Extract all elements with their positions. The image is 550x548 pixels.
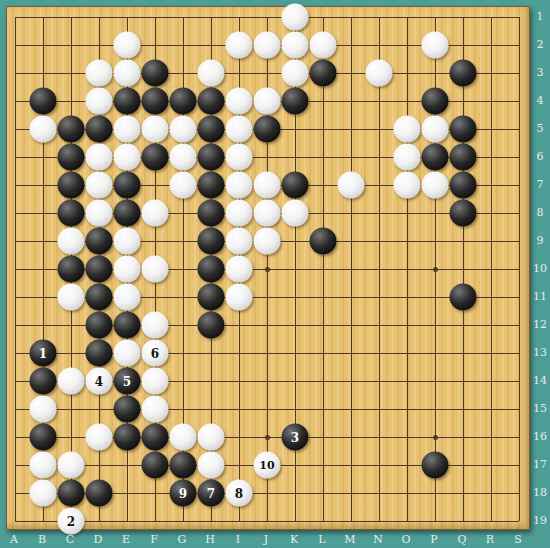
white-stone[interactable] bbox=[86, 144, 113, 171]
white-stone[interactable] bbox=[142, 312, 169, 339]
column-label: N bbox=[368, 533, 388, 546]
white-stone[interactable] bbox=[394, 144, 421, 171]
move-number-label: 6 bbox=[151, 347, 159, 359]
white-stone[interactable] bbox=[254, 172, 281, 199]
black-stone[interactable] bbox=[450, 60, 477, 87]
go-board[interactable]: 16453109782 bbox=[6, 6, 530, 530]
black-stone[interactable] bbox=[114, 312, 141, 339]
black-stone[interactable] bbox=[142, 88, 169, 115]
row-label: 9 bbox=[530, 234, 550, 247]
column-label: B bbox=[32, 533, 52, 546]
black-stone[interactable] bbox=[450, 284, 477, 311]
white-stone[interactable] bbox=[226, 200, 253, 227]
black-stone[interactable] bbox=[198, 228, 225, 255]
black-stone[interactable] bbox=[30, 368, 57, 395]
black-stone[interactable] bbox=[58, 172, 85, 199]
white-stone[interactable]: 6 bbox=[142, 340, 169, 367]
black-stone[interactable] bbox=[86, 284, 113, 311]
column-label: M bbox=[340, 533, 360, 546]
column-label: I bbox=[228, 533, 248, 546]
column-label: G bbox=[172, 533, 192, 546]
black-stone[interactable] bbox=[198, 172, 225, 199]
white-stone[interactable]: 8 bbox=[226, 480, 253, 507]
white-stone[interactable] bbox=[58, 452, 85, 479]
white-stone[interactable] bbox=[226, 172, 253, 199]
hoshi-point bbox=[433, 435, 438, 440]
move-number-label: 1 bbox=[39, 347, 47, 359]
black-stone[interactable] bbox=[58, 200, 85, 227]
white-stone[interactable] bbox=[394, 172, 421, 199]
grid-line-horizontal bbox=[15, 409, 519, 410]
column-label: E bbox=[116, 533, 136, 546]
move-number-label: 4 bbox=[95, 375, 103, 387]
column-label: C bbox=[60, 533, 80, 546]
column-label: O bbox=[396, 533, 416, 546]
move-number-label: 9 bbox=[179, 487, 187, 499]
white-stone[interactable] bbox=[282, 60, 309, 87]
row-label: 14 bbox=[530, 374, 550, 387]
white-stone[interactable] bbox=[86, 172, 113, 199]
black-stone[interactable] bbox=[198, 200, 225, 227]
move-number-label: 3 bbox=[291, 431, 299, 443]
column-label: Q bbox=[452, 533, 472, 546]
row-label: 19 bbox=[530, 514, 550, 527]
row-label: 8 bbox=[530, 206, 550, 219]
column-label: K bbox=[284, 533, 304, 546]
white-stone[interactable] bbox=[282, 32, 309, 59]
white-stone[interactable] bbox=[114, 60, 141, 87]
column-label: H bbox=[200, 533, 220, 546]
black-stone[interactable] bbox=[114, 172, 141, 199]
black-stone[interactable] bbox=[86, 116, 113, 143]
white-stone[interactable] bbox=[282, 200, 309, 227]
black-stone[interactable] bbox=[86, 340, 113, 367]
black-stone[interactable] bbox=[86, 228, 113, 255]
black-stone[interactable]: 9 bbox=[170, 480, 197, 507]
black-stone[interactable] bbox=[170, 88, 197, 115]
row-label: 10 bbox=[530, 262, 550, 275]
black-stone[interactable] bbox=[86, 312, 113, 339]
column-label: R bbox=[480, 533, 500, 546]
app-background: 16453109782 ABCDEFGHIJKLMNOPQRS123456789… bbox=[0, 0, 550, 548]
move-number-label: 5 bbox=[123, 375, 131, 387]
black-stone[interactable] bbox=[198, 116, 225, 143]
white-stone[interactable] bbox=[254, 32, 281, 59]
white-stone[interactable] bbox=[114, 340, 141, 367]
grid-line-vertical bbox=[407, 17, 408, 521]
white-stone[interactable] bbox=[198, 60, 225, 87]
black-stone[interactable] bbox=[142, 452, 169, 479]
black-stone[interactable] bbox=[198, 144, 225, 171]
black-stone[interactable] bbox=[282, 172, 309, 199]
row-label: 3 bbox=[530, 66, 550, 79]
black-stone[interactable] bbox=[254, 116, 281, 143]
black-stone[interactable] bbox=[450, 200, 477, 227]
black-stone[interactable] bbox=[114, 88, 141, 115]
black-stone[interactable] bbox=[58, 116, 85, 143]
white-stone[interactable] bbox=[86, 88, 113, 115]
white-stone[interactable] bbox=[422, 32, 449, 59]
row-label: 6 bbox=[530, 150, 550, 163]
black-stone[interactable] bbox=[86, 256, 113, 283]
white-stone[interactable] bbox=[142, 116, 169, 143]
white-stone[interactable] bbox=[170, 424, 197, 451]
black-stone[interactable] bbox=[142, 144, 169, 171]
grid-line-vertical bbox=[491, 17, 492, 521]
black-stone[interactable] bbox=[310, 60, 337, 87]
row-label: 2 bbox=[530, 38, 550, 51]
white-stone[interactable] bbox=[30, 452, 57, 479]
row-label: 12 bbox=[530, 318, 550, 331]
white-stone[interactable] bbox=[198, 424, 225, 451]
row-label: 5 bbox=[530, 122, 550, 135]
black-stone[interactable] bbox=[198, 312, 225, 339]
white-stone[interactable] bbox=[282, 4, 309, 31]
white-stone[interactable] bbox=[254, 228, 281, 255]
black-stone[interactable] bbox=[114, 396, 141, 423]
hoshi-point bbox=[265, 267, 270, 272]
white-stone[interactable] bbox=[422, 172, 449, 199]
grid-line-vertical bbox=[463, 17, 464, 521]
row-label: 17 bbox=[530, 458, 550, 471]
black-stone[interactable] bbox=[422, 88, 449, 115]
black-stone[interactable] bbox=[114, 200, 141, 227]
black-stone[interactable] bbox=[142, 424, 169, 451]
white-stone[interactable] bbox=[226, 88, 253, 115]
white-stone[interactable] bbox=[58, 228, 85, 255]
black-stone[interactable] bbox=[310, 228, 337, 255]
white-stone[interactable] bbox=[170, 116, 197, 143]
black-stone[interactable] bbox=[86, 480, 113, 507]
white-stone[interactable] bbox=[114, 256, 141, 283]
move-number-label: 8 bbox=[235, 487, 243, 499]
black-stone[interactable] bbox=[170, 452, 197, 479]
white-stone[interactable] bbox=[142, 396, 169, 423]
white-stone[interactable] bbox=[86, 424, 113, 451]
row-label: 16 bbox=[530, 430, 550, 443]
column-label: L bbox=[312, 533, 332, 546]
white-stone[interactable] bbox=[226, 256, 253, 283]
column-label: D bbox=[88, 533, 108, 546]
black-stone[interactable] bbox=[450, 172, 477, 199]
row-label: 13 bbox=[530, 346, 550, 359]
white-stone[interactable] bbox=[338, 172, 365, 199]
white-stone[interactable] bbox=[114, 144, 141, 171]
black-stone[interactable] bbox=[58, 480, 85, 507]
hoshi-point bbox=[433, 267, 438, 272]
white-stone[interactable] bbox=[366, 60, 393, 87]
row-label: 15 bbox=[530, 402, 550, 415]
black-stone[interactable] bbox=[198, 256, 225, 283]
hoshi-point bbox=[265, 435, 270, 440]
white-stone[interactable] bbox=[254, 200, 281, 227]
white-stone[interactable] bbox=[86, 200, 113, 227]
row-label: 11 bbox=[530, 290, 550, 303]
white-stone[interactable] bbox=[142, 256, 169, 283]
row-label: 18 bbox=[530, 486, 550, 499]
white-stone[interactable] bbox=[114, 116, 141, 143]
white-stone[interactable] bbox=[30, 480, 57, 507]
white-stone[interactable] bbox=[198, 452, 225, 479]
move-number-label: 7 bbox=[207, 487, 215, 499]
black-stone[interactable]: 7 bbox=[198, 480, 225, 507]
white-stone[interactable] bbox=[422, 116, 449, 143]
white-stone[interactable] bbox=[86, 60, 113, 87]
column-label: J bbox=[256, 533, 276, 546]
white-stone[interactable] bbox=[310, 32, 337, 59]
black-stone[interactable] bbox=[142, 60, 169, 87]
black-stone[interactable] bbox=[30, 88, 57, 115]
white-stone[interactable]: 10 bbox=[254, 452, 281, 479]
black-stone[interactable] bbox=[450, 116, 477, 143]
column-label: A bbox=[4, 533, 24, 546]
white-stone[interactable]: 2 bbox=[58, 508, 85, 535]
white-stone[interactable] bbox=[114, 284, 141, 311]
column-label: S bbox=[508, 533, 528, 546]
black-stone[interactable] bbox=[114, 424, 141, 451]
white-stone[interactable] bbox=[142, 368, 169, 395]
move-number-label: 2 bbox=[67, 515, 75, 527]
row-label: 4 bbox=[530, 94, 550, 107]
white-stone[interactable] bbox=[170, 172, 197, 199]
grid-line-horizontal bbox=[15, 521, 519, 522]
white-stone[interactable] bbox=[30, 116, 57, 143]
white-stone[interactable] bbox=[142, 200, 169, 227]
white-stone[interactable] bbox=[254, 88, 281, 115]
move-number-label: 10 bbox=[259, 460, 274, 471]
row-label: 7 bbox=[530, 178, 550, 191]
black-stone[interactable] bbox=[422, 144, 449, 171]
column-label: P bbox=[424, 533, 444, 546]
black-stone[interactable] bbox=[198, 88, 225, 115]
white-stone[interactable] bbox=[170, 144, 197, 171]
column-label: F bbox=[144, 533, 164, 546]
white-stone[interactable] bbox=[226, 228, 253, 255]
white-stone[interactable] bbox=[394, 116, 421, 143]
grid-line-vertical bbox=[379, 17, 380, 521]
black-stone[interactable]: 1 bbox=[30, 340, 57, 367]
white-stone[interactable] bbox=[226, 284, 253, 311]
white-stone[interactable] bbox=[58, 284, 85, 311]
white-stone[interactable]: 4 bbox=[86, 368, 113, 395]
black-stone[interactable] bbox=[422, 452, 449, 479]
black-stone[interactable] bbox=[282, 88, 309, 115]
grid-line-vertical bbox=[351, 17, 352, 521]
black-stone[interactable] bbox=[30, 424, 57, 451]
grid-line-vertical bbox=[519, 17, 520, 521]
black-stone[interactable] bbox=[58, 256, 85, 283]
white-stone[interactable] bbox=[114, 228, 141, 255]
white-stone[interactable] bbox=[58, 368, 85, 395]
white-stone[interactable] bbox=[226, 32, 253, 59]
row-label: 1 bbox=[530, 10, 550, 23]
grid-line-vertical bbox=[323, 17, 324, 521]
black-stone[interactable] bbox=[198, 284, 225, 311]
white-stone[interactable] bbox=[226, 116, 253, 143]
black-stone[interactable] bbox=[58, 144, 85, 171]
white-stone[interactable] bbox=[30, 396, 57, 423]
black-stone[interactable]: 3 bbox=[282, 424, 309, 451]
white-stone[interactable] bbox=[226, 144, 253, 171]
white-stone[interactable] bbox=[114, 32, 141, 59]
black-stone[interactable] bbox=[450, 144, 477, 171]
black-stone[interactable]: 5 bbox=[114, 368, 141, 395]
